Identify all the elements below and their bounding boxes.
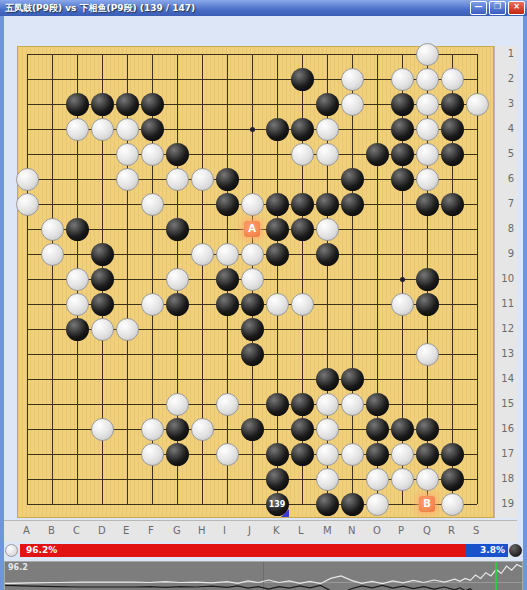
white-stone-F16 bbox=[141, 418, 164, 441]
white-stone-H9 bbox=[191, 243, 214, 266]
black-stone-M19 bbox=[316, 493, 339, 516]
white-stone-M15 bbox=[316, 393, 339, 416]
col-coord-R: R bbox=[448, 525, 455, 536]
hoshi-point bbox=[250, 127, 255, 132]
white-stone-P11 bbox=[391, 293, 414, 316]
white-stone-E6 bbox=[116, 168, 139, 191]
black-stone-J12 bbox=[241, 318, 264, 341]
black-stone-L4 bbox=[291, 118, 314, 141]
black-stone-K9 bbox=[266, 243, 289, 266]
row-coord-2: 2 bbox=[508, 73, 514, 84]
white-stone-S3 bbox=[466, 93, 489, 116]
black-stone-L16 bbox=[291, 418, 314, 441]
black-stone-L15 bbox=[291, 393, 314, 416]
black-stone-G5 bbox=[166, 143, 189, 166]
white-stone-D16 bbox=[91, 418, 114, 441]
white-stone-Q6 bbox=[416, 168, 439, 191]
black-stone-R7 bbox=[441, 193, 464, 216]
black-stone-C8 bbox=[66, 218, 89, 241]
black-stone-G11 bbox=[166, 293, 189, 316]
winrate-graph-plot bbox=[5, 562, 522, 590]
white-stone-O18 bbox=[366, 468, 389, 491]
minimize-button[interactable]: — bbox=[470, 1, 487, 15]
col-coord-C: C bbox=[73, 525, 80, 536]
black-stone-L2 bbox=[291, 68, 314, 91]
black-stone-icon bbox=[509, 544, 522, 557]
col-coord-H: H bbox=[198, 525, 206, 536]
black-stone-K7 bbox=[266, 193, 289, 216]
maximize-button[interactable]: ❐ bbox=[489, 1, 506, 15]
col-coord-Q: Q bbox=[423, 525, 431, 536]
row-coord-11: 11 bbox=[501, 298, 514, 309]
white-stone-C4 bbox=[66, 118, 89, 141]
black-stone-O17 bbox=[366, 443, 389, 466]
white-stone-N17 bbox=[341, 443, 364, 466]
close-button[interactable]: × bbox=[508, 1, 525, 15]
black-stone-O5 bbox=[366, 143, 389, 166]
white-stone-Q3 bbox=[416, 93, 439, 116]
window-title: 五凤鼓(P9段) vs 下相鱼(P9段) (139 / 147) bbox=[0, 2, 470, 15]
black-stone-L8 bbox=[291, 218, 314, 241]
black-stone-Q16 bbox=[416, 418, 439, 441]
black-stone-I11 bbox=[216, 293, 239, 316]
row-coord-10: 10 bbox=[501, 273, 514, 284]
col-coord-M: M bbox=[323, 525, 332, 536]
col-coord-K: K bbox=[273, 525, 280, 536]
black-stone-J16 bbox=[241, 418, 264, 441]
black-stone-O16 bbox=[366, 418, 389, 441]
white-stone-N2 bbox=[341, 68, 364, 91]
black-stone-E3 bbox=[116, 93, 139, 116]
row-coord-17: 17 bbox=[501, 448, 514, 459]
white-stone-J9 bbox=[241, 243, 264, 266]
white-stone-F5 bbox=[141, 143, 164, 166]
black-stone-O15 bbox=[366, 393, 389, 416]
white-stone-K11 bbox=[266, 293, 289, 316]
row-coord-13: 13 bbox=[501, 348, 514, 359]
white-stone-F17 bbox=[141, 443, 164, 466]
black-stone-D9 bbox=[91, 243, 114, 266]
white-stone-F11 bbox=[141, 293, 164, 316]
winrate-graph[interactable]: 96.2 bbox=[4, 561, 523, 590]
white-stone-R19 bbox=[441, 493, 464, 516]
black-stone-J11 bbox=[241, 293, 264, 316]
choice-label-B[interactable]: B bbox=[419, 496, 435, 512]
white-stone-C10 bbox=[66, 268, 89, 291]
white-stone-E4 bbox=[116, 118, 139, 141]
column-coordinates-strip: ABCDEFGHIJKLMNOPQRS bbox=[4, 520, 517, 542]
row-coord-9: 9 bbox=[508, 248, 514, 259]
col-coord-P: P bbox=[398, 525, 404, 536]
white-stone-J10 bbox=[241, 268, 264, 291]
black-stone-J13 bbox=[241, 343, 264, 366]
black-stone-L7 bbox=[291, 193, 314, 216]
white-stone-P17 bbox=[391, 443, 414, 466]
black-stone-N7 bbox=[341, 193, 364, 216]
white-stone-G15 bbox=[166, 393, 189, 416]
col-coord-G: G bbox=[173, 525, 181, 536]
hoshi-point bbox=[400, 277, 405, 282]
white-stone-Q5 bbox=[416, 143, 439, 166]
black-stone-Q7 bbox=[416, 193, 439, 216]
black-stone-D10 bbox=[91, 268, 114, 291]
black-stone-N14 bbox=[341, 368, 364, 391]
white-stone-Q4 bbox=[416, 118, 439, 141]
black-stone-K4 bbox=[266, 118, 289, 141]
row-coord-6: 6 bbox=[508, 173, 514, 184]
black-stone-N19 bbox=[341, 493, 364, 516]
col-coord-I: I bbox=[223, 525, 226, 536]
col-coord-O: O bbox=[373, 525, 381, 536]
white-stone-B9 bbox=[41, 243, 64, 266]
black-stone-P16 bbox=[391, 418, 414, 441]
white-stone-M4 bbox=[316, 118, 339, 141]
col-coord-S: S bbox=[473, 525, 479, 536]
white-stone-C11 bbox=[66, 293, 89, 316]
black-stone-M9 bbox=[316, 243, 339, 266]
white-stone-H6 bbox=[191, 168, 214, 191]
white-stone-B8 bbox=[41, 218, 64, 241]
black-stone-P6 bbox=[391, 168, 414, 191]
black-stone-M14 bbox=[316, 368, 339, 391]
black-stone-K18 bbox=[266, 468, 289, 491]
white-stone-M16 bbox=[316, 418, 339, 441]
window-content: 139AB 12345678910111213141516171819 ABCD… bbox=[4, 16, 523, 586]
row-coord-1: 1 bbox=[508, 48, 514, 59]
col-coord-D: D bbox=[98, 525, 106, 536]
row-coord-18: 18 bbox=[501, 473, 514, 484]
black-stone-P4 bbox=[391, 118, 414, 141]
black-stone-P5 bbox=[391, 143, 414, 166]
last-move-marker bbox=[281, 509, 289, 517]
white-stone-J7 bbox=[241, 193, 264, 216]
row-coord-12: 12 bbox=[501, 323, 514, 334]
white-stone-L11 bbox=[291, 293, 314, 316]
white-stone-P18 bbox=[391, 468, 414, 491]
white-stone-A6 bbox=[16, 168, 39, 191]
black-stone-M7 bbox=[316, 193, 339, 216]
white-stone-M5 bbox=[316, 143, 339, 166]
white-stone-M17 bbox=[316, 443, 339, 466]
white-stone-H16 bbox=[191, 418, 214, 441]
row-coord-3: 3 bbox=[508, 98, 514, 109]
white-stone-Q1 bbox=[416, 43, 439, 66]
row-coord-7: 7 bbox=[508, 198, 514, 209]
white-stone-M18 bbox=[316, 468, 339, 491]
col-coord-N: N bbox=[348, 525, 355, 536]
white-stone-R2 bbox=[441, 68, 464, 91]
black-stone-R3 bbox=[441, 93, 464, 116]
white-stone-D4 bbox=[91, 118, 114, 141]
col-coord-B: B bbox=[48, 525, 55, 536]
white-stone-E12 bbox=[116, 318, 139, 341]
col-coord-E: E bbox=[123, 525, 129, 536]
black-stone-G17 bbox=[166, 443, 189, 466]
white-stone-I9 bbox=[216, 243, 239, 266]
black-stone-I7 bbox=[216, 193, 239, 216]
white-stone-L5 bbox=[291, 143, 314, 166]
black-stone-N6 bbox=[341, 168, 364, 191]
black-stone-R17 bbox=[441, 443, 464, 466]
winrate-bar: 96.2% 3.8% bbox=[4, 543, 523, 558]
black-stone-K8 bbox=[266, 218, 289, 241]
white-stone-I15 bbox=[216, 393, 239, 416]
choice-label-A[interactable]: A bbox=[244, 221, 260, 237]
row-coord-15: 15 bbox=[501, 398, 514, 409]
black-stone-F4 bbox=[141, 118, 164, 141]
black-stone-P3 bbox=[391, 93, 414, 116]
col-coord-F: F bbox=[148, 525, 154, 536]
white-stone-M8 bbox=[316, 218, 339, 241]
black-stone-R5 bbox=[441, 143, 464, 166]
black-stone-F3 bbox=[141, 93, 164, 116]
col-coord-J: J bbox=[248, 525, 251, 536]
black-stone-L17 bbox=[291, 443, 314, 466]
black-stone-C3 bbox=[66, 93, 89, 116]
white-stone-Q2 bbox=[416, 68, 439, 91]
row-coord-5: 5 bbox=[508, 148, 514, 159]
row-coord-4: 4 bbox=[508, 123, 514, 134]
col-coord-L: L bbox=[298, 525, 304, 536]
black-stone-M3 bbox=[316, 93, 339, 116]
black-stone-D3 bbox=[91, 93, 114, 116]
white-stone-N3 bbox=[341, 93, 364, 116]
title-bar[interactable]: 五凤鼓(P9段) vs 下相鱼(P9段) (139 / 147) — ❐ × bbox=[0, 0, 527, 16]
white-stone-icon bbox=[5, 544, 18, 557]
black-stone-K15 bbox=[266, 393, 289, 416]
white-stone-G6 bbox=[166, 168, 189, 191]
black-stone-G8 bbox=[166, 218, 189, 241]
go-app-window: 五凤鼓(P9段) vs 下相鱼(P9段) (139 / 147) — ❐ × 1… bbox=[0, 0, 527, 590]
black-stone-Q17 bbox=[416, 443, 439, 466]
white-stone-D12 bbox=[91, 318, 114, 341]
row-coord-19: 19 bbox=[501, 498, 514, 509]
white-stone-A7 bbox=[16, 193, 39, 216]
white-stone-Q13 bbox=[416, 343, 439, 366]
black-stone-D11 bbox=[91, 293, 114, 316]
black-stone-I10 bbox=[216, 268, 239, 291]
black-stone-R4 bbox=[441, 118, 464, 141]
white-stone-P2 bbox=[391, 68, 414, 91]
white-stone-G10 bbox=[166, 268, 189, 291]
black-stone-I6 bbox=[216, 168, 239, 191]
col-coord-A: A bbox=[23, 525, 30, 536]
row-coord-16: 16 bbox=[501, 423, 514, 434]
white-stone-N15 bbox=[341, 393, 364, 416]
black-winrate-segment: 3.8% bbox=[466, 544, 508, 557]
white-stone-F7 bbox=[141, 193, 164, 216]
black-stone-K17 bbox=[266, 443, 289, 466]
white-stone-E5 bbox=[116, 143, 139, 166]
black-stone-C12 bbox=[66, 318, 89, 341]
black-stone-R18 bbox=[441, 468, 464, 491]
white-stone-I17 bbox=[216, 443, 239, 466]
black-stone-Q10 bbox=[416, 268, 439, 291]
white-winrate-segment: 96.2% bbox=[20, 544, 466, 557]
row-coord-14: 14 bbox=[501, 373, 514, 384]
white-stone-Q18 bbox=[416, 468, 439, 491]
row-coordinates-strip: 12345678910111213141516171819 bbox=[494, 46, 517, 518]
row-coord-8: 8 bbox=[508, 223, 514, 234]
white-stone-O19 bbox=[366, 493, 389, 516]
black-stone-G16 bbox=[166, 418, 189, 441]
black-stone-Q11 bbox=[416, 293, 439, 316]
